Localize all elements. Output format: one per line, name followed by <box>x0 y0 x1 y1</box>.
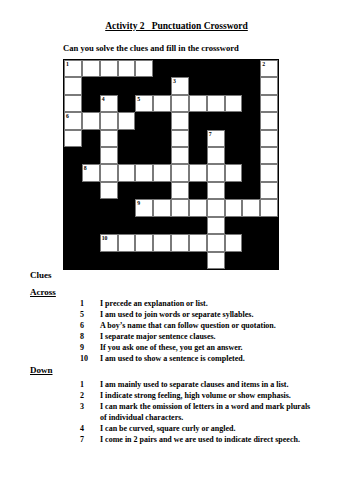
clue-text: I precede an explanation or list. <box>100 298 352 309</box>
cell-r4c12[interactable] <box>260 112 278 129</box>
cell-r4c7[interactable] <box>171 112 189 129</box>
block-r12c8 <box>189 252 207 269</box>
block-r3c11 <box>242 95 260 112</box>
block-r11c2 <box>82 234 100 251</box>
block-r10c2 <box>82 217 100 234</box>
cell-r11c5[interactable] <box>135 234 153 251</box>
clue-text: I am used to join words or separate syll… <box>100 309 352 320</box>
cell-r9c9[interactable] <box>207 199 225 216</box>
clue-row: 7I come in 2 pairs and we are used to in… <box>80 434 352 445</box>
block-r6c8 <box>189 147 207 164</box>
cell-r7c7[interactable] <box>171 164 189 181</box>
clue-row: 1I am mainly used to separate clauses an… <box>80 379 352 390</box>
clue-list-number: 6 <box>80 320 100 331</box>
block-r2c11 <box>242 77 260 94</box>
clue-row: 4I can be curved, square curly or angled… <box>80 423 352 434</box>
block-r9c3 <box>100 199 118 216</box>
block-r1c7 <box>171 60 189 77</box>
clue-list-number: 5 <box>80 309 100 320</box>
block-r3c2 <box>82 95 100 112</box>
clue-number: 2 <box>262 60 265 68</box>
block-r2c5 <box>135 77 153 94</box>
block-r6c4 <box>118 147 136 164</box>
cell-r7c8[interactable] <box>189 164 207 181</box>
cell-r10c9[interactable] <box>207 217 225 234</box>
block-r7c11 <box>242 164 260 181</box>
cell-r7c2[interactable]: 8 <box>82 164 100 181</box>
cell-r1c4[interactable] <box>118 60 136 77</box>
cell-r11c3[interactable]: 10 <box>100 234 118 251</box>
cell-r9c8[interactable] <box>189 199 207 216</box>
cell-r1c2[interactable] <box>82 60 100 77</box>
block-r12c5 <box>135 252 153 269</box>
cell-r3c3[interactable]: 4 <box>100 95 118 112</box>
block-r5c8 <box>189 130 207 147</box>
clue-row: 1I precede an explanation or list. <box>80 298 352 309</box>
block-r3c4 <box>118 95 136 112</box>
crossword-grid: 12345678910 <box>63 59 279 270</box>
cell-r11c6[interactable] <box>153 234 171 251</box>
block-r10c4 <box>118 217 136 234</box>
block-r5c10 <box>225 130 243 147</box>
clue-list-number: 9 <box>80 342 100 353</box>
across-heading: Across <box>30 287 56 297</box>
block-r1c8 <box>189 60 207 77</box>
clue-text: I am mainly used to separate clauses and… <box>100 379 352 390</box>
clue-text: I can mark the omission of letters in a … <box>100 401 352 423</box>
block-r10c6 <box>153 217 171 234</box>
block-r5c11 <box>242 130 260 147</box>
block-r12c1 <box>64 252 82 269</box>
block-r6c6 <box>153 147 171 164</box>
block-r6c5 <box>135 147 153 164</box>
cell-r6c7[interactable] <box>171 147 189 164</box>
cell-r9c5[interactable]: 9 <box>135 199 153 216</box>
across-list: 1I precede an explanation or list.5I am … <box>80 298 352 364</box>
block-r6c11 <box>242 147 260 164</box>
cell-r2c1[interactable] <box>64 77 82 94</box>
block-r2c10 <box>225 77 243 94</box>
clue-row: 5I am used to join words or separate syl… <box>80 309 352 320</box>
block-r10c8 <box>189 217 207 234</box>
cell-r7c4[interactable] <box>118 164 136 181</box>
cell-r11c9[interactable] <box>207 234 225 251</box>
block-r5c5 <box>135 130 153 147</box>
block-r8c2 <box>82 182 100 199</box>
clue-row: 3I can mark the omission of letters in a… <box>80 401 352 423</box>
block-r5c2 <box>82 130 100 147</box>
clue-number: 7 <box>209 130 212 138</box>
block-r10c10 <box>225 217 243 234</box>
cell-r9c12[interactable] <box>260 199 278 216</box>
clue-list-number: 1 <box>80 298 100 309</box>
clue-text: I come in 2 pairs and we are used to ind… <box>100 434 352 445</box>
block-r5c4 <box>118 130 136 147</box>
block-r4c5 <box>135 112 153 129</box>
cell-r12c9[interactable] <box>207 252 225 269</box>
cell-r7c3[interactable] <box>100 164 118 181</box>
cell-r11c8[interactable] <box>189 234 207 251</box>
clue-text: A boy’s name that can follow question or… <box>100 320 352 331</box>
block-r4c6 <box>153 112 171 129</box>
cell-r1c1[interactable]: 1 <box>64 60 82 77</box>
block-r10c7 <box>171 217 189 234</box>
instruction-text: Can you solve the clues and fill in the … <box>63 43 239 53</box>
block-r10c11 <box>242 217 260 234</box>
block-r4c11 <box>242 112 260 129</box>
cell-r3c1[interactable] <box>64 95 82 112</box>
block-r2c9 <box>207 77 225 94</box>
cell-r3c10[interactable] <box>225 95 243 112</box>
cell-r4c1[interactable]: 6 <box>64 112 82 129</box>
cell-r5c9[interactable]: 7 <box>207 130 225 147</box>
clue-number: 5 <box>137 95 140 103</box>
block-r6c2 <box>82 147 100 164</box>
block-r10c1 <box>64 217 82 234</box>
cell-r7c12[interactable] <box>260 164 278 181</box>
clue-number: 9 <box>137 199 140 207</box>
clue-text: I separate major sentence clauses. <box>100 331 352 342</box>
cell-r3c6[interactable] <box>153 95 171 112</box>
clue-number: 4 <box>102 95 105 103</box>
clue-row: 9If you ask one of these, you get an ans… <box>80 342 352 353</box>
clue-number: 10 <box>102 234 108 242</box>
clue-number: 3 <box>173 77 176 85</box>
block-r12c11 <box>242 252 260 269</box>
cell-r3c9[interactable] <box>207 95 225 112</box>
clue-text: If you ask one of these, you get an answ… <box>100 342 352 353</box>
clue-row: 8I separate major sentence clauses. <box>80 331 352 342</box>
clue-text: I indicate strong feeling, high volume o… <box>100 390 352 401</box>
cell-r6c12[interactable] <box>260 147 278 164</box>
block-r8c10 <box>225 182 243 199</box>
cell-r11c7[interactable] <box>171 234 189 251</box>
worksheet-page: Activity 2 Punctuation Crossword Can you… <box>0 0 353 500</box>
block-r2c3 <box>100 77 118 94</box>
cell-r11c4[interactable] <box>118 234 136 251</box>
block-r11c11 <box>242 234 260 251</box>
clue-text: I can be curved, square curly or angled. <box>100 423 352 434</box>
cell-r11c10[interactable] <box>225 234 243 251</box>
cell-r9c7[interactable] <box>171 199 189 216</box>
cell-r4c4[interactable] <box>118 112 136 129</box>
block-r10c5 <box>135 217 153 234</box>
cell-r5c7[interactable] <box>171 130 189 147</box>
block-r8c11 <box>242 182 260 199</box>
cell-r3c5[interactable]: 5 <box>135 95 153 112</box>
block-r8c1 <box>64 182 82 199</box>
block-r9c1 <box>64 199 82 216</box>
block-r4c9 <box>207 112 225 129</box>
block-r1c10 <box>225 60 243 77</box>
down-heading: Down <box>30 365 53 375</box>
clue-number: 8 <box>84 164 87 172</box>
cell-r3c7[interactable] <box>171 95 189 112</box>
down-list: 1I am mainly used to separate clauses an… <box>80 379 352 445</box>
block-r2c2 <box>82 77 100 94</box>
page-title: Activity 2 Punctuation Crossword <box>0 21 353 31</box>
block-r8c8 <box>189 182 207 199</box>
clue-row: 6A boy’s name that can follow question o… <box>80 320 352 331</box>
block-r11c12 <box>260 234 278 251</box>
block-r8c5 <box>135 182 153 199</box>
block-r12c7 <box>171 252 189 269</box>
clue-list-number: 3 <box>80 401 100 423</box>
clue-list-number: 8 <box>80 331 100 342</box>
clue-list-number: 4 <box>80 423 100 434</box>
clue-row: 2I indicate strong feeling, high volume … <box>80 390 352 401</box>
block-r6c1 <box>64 147 82 164</box>
block-r11c1 <box>64 234 82 251</box>
clues-heading: Clues <box>30 270 52 280</box>
block-r7c1 <box>64 164 82 181</box>
block-r2c6 <box>153 77 171 94</box>
block-r1c6 <box>153 60 171 77</box>
block-r8c6 <box>153 182 171 199</box>
block-r1c11 <box>242 60 260 77</box>
cell-r5c3[interactable] <box>100 130 118 147</box>
block-r4c8 <box>189 112 207 129</box>
block-r9c2 <box>82 199 100 216</box>
cell-r6c3[interactable] <box>100 147 118 164</box>
clue-list-number: 10 <box>80 353 100 364</box>
clue-list-number: 2 <box>80 390 100 401</box>
block-r1c9 <box>207 60 225 77</box>
cell-r8c7[interactable] <box>171 182 189 199</box>
block-r12c10 <box>225 252 243 269</box>
cell-r9c11[interactable] <box>242 199 260 216</box>
cell-r7c5[interactable] <box>135 164 153 181</box>
cell-r1c5[interactable] <box>135 60 153 77</box>
cell-r7c10[interactable] <box>225 164 243 181</box>
cell-r1c12[interactable]: 2 <box>260 60 278 77</box>
cell-r3c12[interactable] <box>260 95 278 112</box>
block-r9c4 <box>118 199 136 216</box>
block-r4c10 <box>225 112 243 129</box>
block-r5c6 <box>153 130 171 147</box>
cell-r8c9[interactable] <box>207 182 225 199</box>
clue-list-number: 1 <box>80 379 100 390</box>
cell-r7c9[interactable] <box>207 164 225 181</box>
clue-row: 10I am used to show a sentence is comple… <box>80 353 352 364</box>
cell-r8c12[interactable] <box>260 182 278 199</box>
cell-r5c12[interactable] <box>260 130 278 147</box>
cell-r2c7[interactable]: 3 <box>171 77 189 94</box>
cell-r4c3[interactable] <box>100 112 118 129</box>
cell-r4c2[interactable] <box>82 112 100 129</box>
block-r10c12 <box>260 217 278 234</box>
block-r10c3 <box>100 217 118 234</box>
block-r12c2 <box>82 252 100 269</box>
block-r12c12 <box>260 252 278 269</box>
cell-r6c9[interactable] <box>207 147 225 164</box>
cell-r3c8[interactable] <box>189 95 207 112</box>
cell-r1c3[interactable] <box>100 60 118 77</box>
clue-text: I am used to show a sentence is complete… <box>100 353 352 364</box>
block-r12c4 <box>118 252 136 269</box>
block-r2c8 <box>189 77 207 94</box>
cell-r2c12[interactable] <box>260 77 278 94</box>
block-r12c6 <box>153 252 171 269</box>
cell-r9c10[interactable] <box>225 199 243 216</box>
cell-r8c3[interactable] <box>100 182 118 199</box>
clue-list-number: 7 <box>80 434 100 445</box>
block-r12c3 <box>100 252 118 269</box>
cell-r7c6[interactable] <box>153 164 171 181</box>
clue-number: 1 <box>66 60 69 68</box>
block-r6c10 <box>225 147 243 164</box>
cell-r9c6[interactable] <box>153 199 171 216</box>
block-r2c4 <box>118 77 136 94</box>
block-r8c4 <box>118 182 136 199</box>
cell-r5c1[interactable] <box>64 130 82 147</box>
clue-number: 6 <box>66 112 69 120</box>
